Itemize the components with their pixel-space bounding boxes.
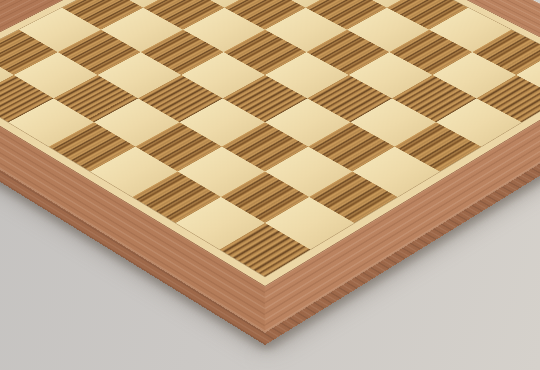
chessboard-product-photo — [0, 0, 540, 370]
chessboard — [0, 0, 540, 332]
